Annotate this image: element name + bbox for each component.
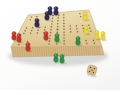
wooden-ludo-photo	[0, 0, 120, 90]
peg-yellow[interactable]	[95, 30, 102, 40]
peg-purple[interactable]	[54, 7, 61, 17]
ludo-board-photo	[0, 0, 120, 90]
wooden-die[interactable]	[86, 65, 99, 78]
peg-yellow[interactable]	[101, 31, 108, 41]
